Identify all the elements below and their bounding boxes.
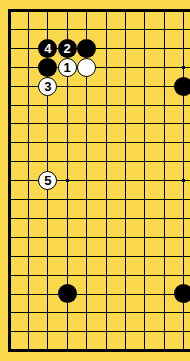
go-board-diagram: 42135 <box>0 0 190 361</box>
stone-move-number: 1 <box>64 61 71 74</box>
stone-move-number: 4 <box>44 42 51 55</box>
stone-move-number: 5 <box>44 174 51 187</box>
white-stone-move-5[interactable]: 5 <box>38 171 57 190</box>
stone-move-number: 2 <box>64 42 71 55</box>
black-stone[interactable] <box>38 58 57 77</box>
black-stone[interactable] <box>174 77 190 96</box>
stone-move-number: 3 <box>44 80 51 93</box>
go-board[interactable]: 42135 <box>0 1 190 360</box>
black-stone-move-2[interactable]: 2 <box>58 39 77 58</box>
black-stone[interactable] <box>58 284 77 303</box>
white-stone-move-3[interactable]: 3 <box>38 77 57 96</box>
white-stone[interactable] <box>77 58 96 77</box>
black-stone-move-4[interactable]: 4 <box>38 39 57 58</box>
star-point <box>182 179 185 182</box>
black-stone[interactable] <box>77 39 96 58</box>
white-stone-move-1[interactable]: 1 <box>58 58 77 77</box>
star-point <box>66 179 69 182</box>
star-point <box>182 66 185 69</box>
black-stone[interactable] <box>174 284 190 303</box>
